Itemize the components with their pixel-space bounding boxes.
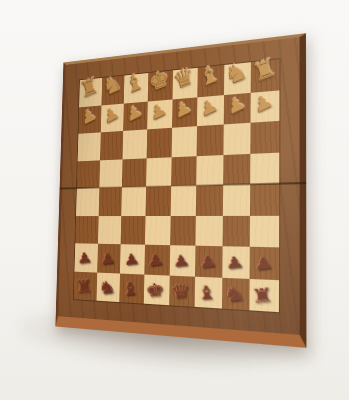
square <box>196 215 223 246</box>
square: ♟ <box>78 105 101 134</box>
square <box>196 155 223 186</box>
square: ♟ <box>223 92 251 124</box>
square: ♚ <box>144 274 170 305</box>
white-rook: ♜ <box>249 54 279 86</box>
square: ♚ <box>148 70 173 101</box>
square: ♝ <box>197 65 224 97</box>
square <box>223 153 251 185</box>
square <box>145 186 170 215</box>
square <box>146 157 171 187</box>
black-queen: ♛ <box>170 282 192 302</box>
white-knight: ♞ <box>222 57 250 88</box>
square: ♟ <box>195 246 222 278</box>
square <box>171 126 197 157</box>
black-pawn: ♟ <box>147 253 165 270</box>
square: ♟ <box>197 95 224 127</box>
square: ♝ <box>124 73 148 103</box>
square: ♝ <box>195 276 222 308</box>
black-pawn: ♟ <box>77 251 93 267</box>
square <box>251 152 280 184</box>
square: ♞ <box>224 62 251 94</box>
white-bishop: ♝ <box>123 68 147 97</box>
square <box>222 215 250 246</box>
white-pawn: ♟ <box>123 101 144 125</box>
square: ♜ <box>251 59 279 92</box>
white-knight: ♞ <box>100 70 124 99</box>
square <box>196 185 223 216</box>
square: ♟ <box>222 246 250 278</box>
square: ♟ <box>97 244 121 273</box>
square: ♟ <box>74 243 97 272</box>
black-bishop: ♝ <box>120 279 140 298</box>
square: ♜ <box>250 278 279 312</box>
white-pawn: ♟ <box>172 97 195 122</box>
square <box>197 124 224 155</box>
square <box>121 216 146 245</box>
black-rook: ♜ <box>250 286 275 307</box>
black-rook: ♜ <box>75 277 94 295</box>
white-bishop: ♝ <box>196 60 223 91</box>
square: ♞ <box>96 272 120 302</box>
white-queen: ♛ <box>171 62 197 92</box>
black-king: ♚ <box>145 281 166 300</box>
square: ♜ <box>79 78 102 107</box>
square: ♜ <box>74 271 97 300</box>
square <box>145 216 170 246</box>
square: ♞ <box>101 75 124 105</box>
white-pawn: ♟ <box>79 105 99 128</box>
square: ♟ <box>251 90 280 123</box>
black-pawn: ♟ <box>253 255 275 273</box>
square <box>122 158 146 187</box>
square <box>100 131 124 160</box>
white-pawn: ♟ <box>101 103 122 127</box>
black-knight: ♞ <box>97 278 117 297</box>
square: ♟ <box>147 99 172 129</box>
square <box>77 160 100 188</box>
square: ♟ <box>172 97 198 128</box>
chess-board: ♜♞♝♚♛♝♞♜♟♟♟♟♟♟♟♟♟♟♟♟♟♟♟♟♜♞♝♚♛♝♞♜ <box>55 33 306 348</box>
square <box>123 129 147 159</box>
white-pawn: ♟ <box>223 92 248 118</box>
square <box>78 132 101 161</box>
black-pawn: ♟ <box>225 255 246 273</box>
square <box>98 187 122 215</box>
square <box>171 156 197 186</box>
square <box>75 216 98 244</box>
square: ♛ <box>169 275 195 307</box>
square <box>98 216 122 245</box>
white-pawn: ♟ <box>147 99 169 124</box>
square <box>223 184 251 215</box>
black-knight: ♞ <box>222 284 246 305</box>
black-pawn: ♟ <box>198 254 218 271</box>
square: ♛ <box>172 68 198 99</box>
white-pawn: ♟ <box>251 90 277 117</box>
square <box>170 215 196 245</box>
black-pawn: ♟ <box>99 251 116 267</box>
square <box>250 184 279 216</box>
square: ♟ <box>169 245 195 276</box>
square <box>250 215 279 247</box>
white-king: ♚ <box>146 65 171 95</box>
square: ♟ <box>120 244 145 274</box>
photo-scene: ♜♞♝♚♛♝♞♜♟♟♟♟♟♟♟♟♟♟♟♟♟♟♟♟♜♞♝♚♛♝♞♜ <box>0 0 349 400</box>
square: ♞ <box>222 277 250 310</box>
square <box>147 128 172 158</box>
square <box>76 188 99 216</box>
square: ♟ <box>123 101 147 131</box>
black-bishop: ♝ <box>195 283 218 303</box>
white-pawn: ♟ <box>197 95 221 121</box>
square <box>121 187 145 216</box>
white-rook: ♜ <box>78 73 101 101</box>
board-wrap: ♜♞♝♚♛♝♞♜♟♟♟♟♟♟♟♟♟♟♟♟♟♟♟♟♜♞♝♚♛♝♞♜ <box>38 46 306 334</box>
square <box>99 159 123 188</box>
square <box>251 121 280 153</box>
black-pawn: ♟ <box>123 252 141 268</box>
square: ♟ <box>144 245 169 275</box>
square: ♝ <box>120 273 145 304</box>
square <box>170 185 196 215</box>
square: ♟ <box>250 247 279 280</box>
square: ♟ <box>100 103 124 132</box>
black-pawn: ♟ <box>172 253 191 270</box>
square <box>223 123 251 155</box>
